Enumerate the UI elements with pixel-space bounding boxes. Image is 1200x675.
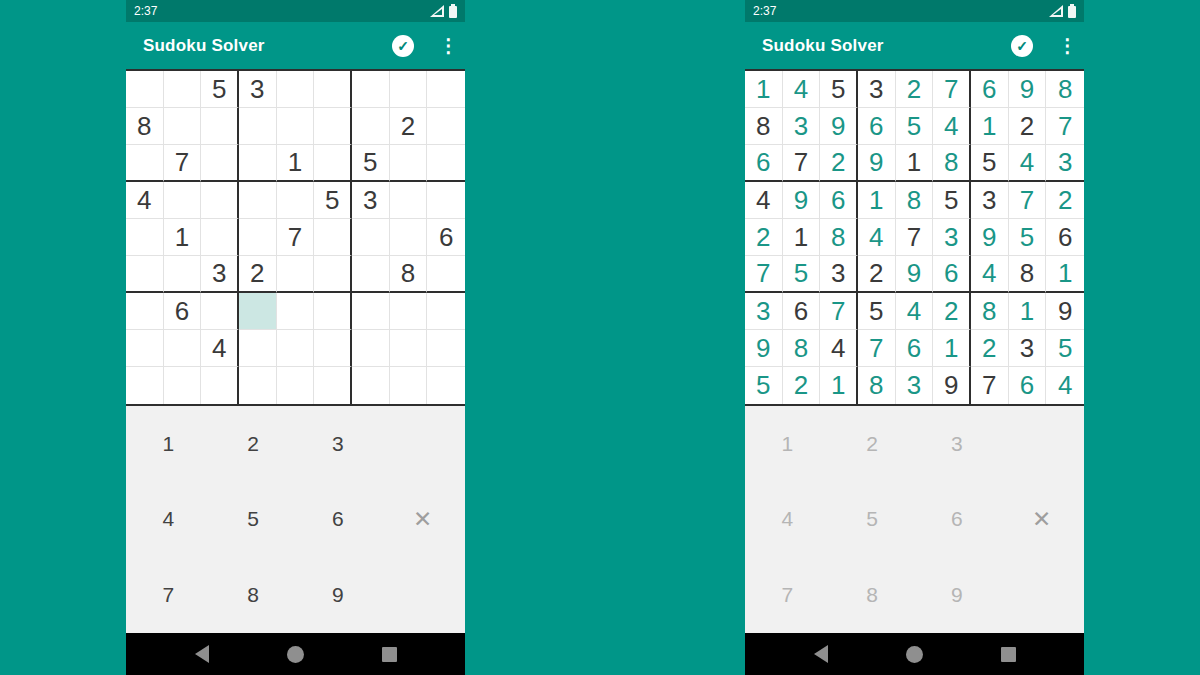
clear-key[interactable]: ✕: [380, 482, 465, 558]
cell-r9c4[interactable]: [239, 367, 277, 404]
cell-r9c2[interactable]: 2: [783, 367, 821, 404]
cell-r4c9[interactable]: 2: [1046, 182, 1084, 219]
cell-r2c4[interactable]: 6: [858, 108, 896, 145]
cell-r1c8[interactable]: 9: [1009, 71, 1047, 108]
cell-r8c1[interactable]: 9: [745, 330, 783, 367]
cell-r1c8[interactable]: [390, 71, 428, 108]
cell-r8c3[interactable]: 4: [820, 330, 858, 367]
cell-r2c1[interactable]: 8: [745, 108, 783, 145]
sudoku-board: 538271545317632864: [126, 69, 465, 406]
cell-r2c4[interactable]: [239, 108, 277, 145]
cell-r5c1[interactable]: [126, 219, 164, 256]
cell-r7c1[interactable]: [126, 293, 164, 330]
battery-icon: [449, 6, 457, 18]
cell-r9c4[interactable]: 8: [858, 367, 896, 404]
cell-r4c3[interactable]: 6: [820, 182, 858, 219]
cell-r6c4[interactable]: 2: [858, 256, 896, 293]
cell-r6c4[interactable]: 2: [239, 256, 277, 293]
cell-r7c2[interactable]: 6: [164, 293, 202, 330]
cell-r6c9[interactable]: 1: [1046, 256, 1084, 293]
cell-r9c9[interactable]: 4: [1046, 367, 1084, 404]
cell-r4c2[interactable]: [164, 182, 202, 219]
cell-r2c5[interactable]: 5: [896, 108, 934, 145]
cell-r8c9[interactable]: 5: [1046, 330, 1084, 367]
cell-r1c4[interactable]: 3: [239, 71, 277, 108]
cell-r1c5[interactable]: [277, 71, 315, 108]
cell-r2c6[interactable]: [314, 108, 352, 145]
cell-r5c7[interactable]: 9: [971, 219, 1009, 256]
signal-icon: [1049, 5, 1063, 17]
cell-r1c2[interactable]: 4: [783, 71, 821, 108]
cell-r2c7[interactable]: [352, 108, 390, 145]
cell-r4c5[interactable]: [277, 182, 315, 219]
cell-r1c5[interactable]: 2: [896, 71, 934, 108]
cell-r9c8[interactable]: 6: [1009, 367, 1047, 404]
cell-r5c9[interactable]: 6: [1046, 219, 1084, 256]
cell-r4c9[interactable]: [427, 182, 465, 219]
cell-r6c1[interactable]: [126, 256, 164, 293]
cell-r6c3[interactable]: 3: [820, 256, 858, 293]
cell-r3c4[interactable]: [239, 145, 277, 182]
cell-r5c2[interactable]: 1: [783, 219, 821, 256]
cell-r4c1[interactable]: 4: [745, 182, 783, 219]
key-4[interactable]: 4: [126, 482, 211, 558]
key-5: 5: [830, 482, 915, 558]
cell-r4c3[interactable]: [201, 182, 239, 219]
cell-r2c5[interactable]: [277, 108, 315, 145]
cell-r2c9[interactable]: 7: [1046, 108, 1084, 145]
home-icon[interactable]: [287, 646, 304, 663]
cell-r7c6[interactable]: 2: [933, 293, 971, 330]
cell-r7c5[interactable]: [277, 293, 315, 330]
app-title: Sudoku Solver: [762, 36, 884, 56]
cell-r1c7[interactable]: 6: [971, 71, 1009, 108]
cell-r3c6[interactable]: 8: [933, 145, 971, 182]
cell-r2c2[interactable]: 3: [783, 108, 821, 145]
cell-r3c4[interactable]: 9: [858, 145, 896, 182]
cell-r6c3[interactable]: 3: [201, 256, 239, 293]
cell-r3c2[interactable]: 7: [164, 145, 202, 182]
cell-r9c1[interactable]: 5: [745, 367, 783, 404]
cell-r4c6[interactable]: 5: [933, 182, 971, 219]
signal-icon: [430, 5, 444, 17]
cell-r1c3[interactable]: 5: [820, 71, 858, 108]
cell-r7c8[interactable]: [390, 293, 428, 330]
cell-r6c1[interactable]: 7: [745, 256, 783, 293]
cell-r4c2[interactable]: 9: [783, 182, 821, 219]
cell-r6c2[interactable]: 5: [783, 256, 821, 293]
cell-r2c7[interactable]: 1: [971, 108, 1009, 145]
cell-r5c5[interactable]: 7: [896, 219, 934, 256]
cell-r1c4[interactable]: 3: [858, 71, 896, 108]
cell-r3c2[interactable]: 7: [783, 145, 821, 182]
cell-r3c7[interactable]: 5: [971, 145, 1009, 182]
cell-r1c1[interactable]: 1: [745, 71, 783, 108]
cell-r3c6[interactable]: [314, 145, 352, 182]
cell-r9c6[interactable]: 9: [933, 367, 971, 404]
cell-r5c7[interactable]: [352, 219, 390, 256]
cell-r1c6[interactable]: 7: [933, 71, 971, 108]
cell-r2c8[interactable]: 2: [390, 108, 428, 145]
cell-r4c1[interactable]: 4: [126, 182, 164, 219]
cell-r8c8[interactable]: 3: [1009, 330, 1047, 367]
status-icons: [430, 5, 457, 18]
status-icons: [1049, 5, 1076, 18]
cell-r1c9[interactable]: 8: [1046, 71, 1084, 108]
cell-r7c8[interactable]: 1: [1009, 293, 1047, 330]
key-5[interactable]: 5: [211, 482, 296, 558]
cell-r5c3[interactable]: [201, 219, 239, 256]
cell-r3c9[interactable]: [427, 145, 465, 182]
cell-r9c3[interactable]: [201, 367, 239, 404]
cell-r5c2[interactable]: 1: [164, 219, 202, 256]
cell-r7c9[interactable]: 9: [1046, 293, 1084, 330]
overflow-menu-icon[interactable]: ⋮: [439, 36, 453, 55]
cell-r6c8[interactable]: 8: [390, 256, 428, 293]
cell-r4c5[interactable]: 8: [896, 182, 934, 219]
status-time: 2:37: [134, 4, 157, 18]
number-keypad: 123456✕789: [745, 406, 1084, 633]
key-4: 4: [745, 482, 830, 558]
key-9[interactable]: 9: [296, 557, 381, 633]
cell-r2c3[interactable]: [201, 108, 239, 145]
phone-right: 2:37 Sudoku Solver ✓ ⋮ 14532769883965412…: [745, 0, 1084, 675]
cell-r8c6[interactable]: [314, 330, 352, 367]
cell-r7c7[interactable]: [352, 293, 390, 330]
cell-r6c9[interactable]: [427, 256, 465, 293]
cell-r9c7[interactable]: [352, 367, 390, 404]
cell-r2c3[interactable]: 9: [820, 108, 858, 145]
cell-r4c7[interactable]: 3: [971, 182, 1009, 219]
app-bar: Sudoku Solver ✓ ⋮: [745, 22, 1084, 69]
cell-r5c8[interactable]: [390, 219, 428, 256]
number-keypad: 123456✕789: [126, 406, 465, 633]
cell-r5c6[interactable]: [314, 219, 352, 256]
status-bar: 2:37: [126, 0, 465, 22]
key-7[interactable]: 7: [126, 557, 211, 633]
key-6[interactable]: 6: [296, 482, 381, 558]
cell-r8c5[interactable]: 6: [896, 330, 934, 367]
cell-r6c7[interactable]: [352, 256, 390, 293]
cell-r4c8[interactable]: 7: [1009, 182, 1047, 219]
cell-r8c2[interactable]: [164, 330, 202, 367]
cell-r1c2[interactable]: [164, 71, 202, 108]
key-9: 9: [915, 557, 1000, 633]
key-6: 6: [915, 482, 1000, 558]
cell-r1c7[interactable]: [352, 71, 390, 108]
cell-r1c9[interactable]: [427, 71, 465, 108]
android-nav-bar: [745, 633, 1084, 675]
cell-r7c3[interactable]: 7: [820, 293, 858, 330]
cell-r3c5[interactable]: 1: [277, 145, 315, 182]
cell-r2c6[interactable]: 4: [933, 108, 971, 145]
cell-r1c6[interactable]: [314, 71, 352, 108]
key-8[interactable]: 8: [211, 557, 296, 633]
cell-r8c2[interactable]: 8: [783, 330, 821, 367]
back-icon[interactable]: [195, 645, 209, 663]
android-nav-bar: [126, 633, 465, 675]
status-time: 2:37: [753, 4, 776, 18]
cell-r4c6[interactable]: 5: [314, 182, 352, 219]
cell-r8c1[interactable]: [126, 330, 164, 367]
cell-r7c2[interactable]: 6: [783, 293, 821, 330]
cell-r2c8[interactable]: 2: [1009, 108, 1047, 145]
cell-r7c9[interactable]: [427, 293, 465, 330]
cell-r6c8[interactable]: 8: [1009, 256, 1047, 293]
cell-r8c7[interactable]: 2: [971, 330, 1009, 367]
cell-r4c4[interactable]: 1: [858, 182, 896, 219]
cell-r7c5[interactable]: 4: [896, 293, 934, 330]
cell-r8c8[interactable]: [390, 330, 428, 367]
status-bar: 2:37: [745, 0, 1084, 22]
cell-r7c1[interactable]: 3: [745, 293, 783, 330]
solve-check-icon[interactable]: ✓: [392, 35, 414, 57]
cell-r9c5[interactable]: [277, 367, 315, 404]
back-icon[interactable]: [814, 645, 828, 663]
keypad-spacer: [999, 406, 1084, 482]
cell-r1c3[interactable]: 5: [201, 71, 239, 108]
key-1: 1: [745, 406, 830, 482]
cell-r9c7[interactable]: 7: [971, 367, 1009, 404]
sudoku-board: 1453276988396541276729185434961853722184…: [745, 69, 1084, 406]
key-2: 2: [830, 406, 915, 482]
cell-r6c2[interactable]: [164, 256, 202, 293]
cell-r9c6[interactable]: [314, 367, 352, 404]
cell-r3c5[interactable]: 1: [896, 145, 934, 182]
cell-r9c8[interactable]: [390, 367, 428, 404]
cell-r6c5[interactable]: [277, 256, 315, 293]
cell-r8c7[interactable]: [352, 330, 390, 367]
cell-r5c3[interactable]: 8: [820, 219, 858, 256]
phone-left: 2:37 Sudoku Solver ✓ ⋮ 53827154531763286…: [126, 0, 465, 675]
cell-r7c4[interactable]: 5: [858, 293, 896, 330]
cell-r3c3[interactable]: 2: [820, 145, 858, 182]
cell-r9c1[interactable]: [126, 367, 164, 404]
cell-r3c1[interactable]: 6: [745, 145, 783, 182]
keypad-spacer: [380, 406, 465, 482]
key-3: 3: [915, 406, 1000, 482]
cell-r6c6[interactable]: 6: [933, 256, 971, 293]
app-title: Sudoku Solver: [143, 36, 265, 56]
keypad-spacer: [999, 557, 1084, 633]
cell-r6c5[interactable]: 9: [896, 256, 934, 293]
cell-r5c4[interactable]: 4: [858, 219, 896, 256]
cell-r9c5[interactable]: 3: [896, 367, 934, 404]
cell-r6c7[interactable]: 4: [971, 256, 1009, 293]
cell-r4c4[interactable]: [239, 182, 277, 219]
key-7: 7: [745, 557, 830, 633]
cell-r5c4[interactable]: [239, 219, 277, 256]
app-bar: Sudoku Solver ✓ ⋮: [126, 22, 465, 69]
cell-r7c6[interactable]: [314, 293, 352, 330]
key-3[interactable]: 3: [296, 406, 381, 482]
cell-r9c2[interactable]: [164, 367, 202, 404]
cell-r3c1[interactable]: [126, 145, 164, 182]
cell-r3c7[interactable]: 5: [352, 145, 390, 182]
cell-r7c3[interactable]: [201, 293, 239, 330]
clear-key[interactable]: ✕: [999, 482, 1084, 558]
cell-r6c6[interactable]: [314, 256, 352, 293]
cell-r3c8[interactable]: [390, 145, 428, 182]
cell-r2c2[interactable]: [164, 108, 202, 145]
cell-r3c3[interactable]: [201, 145, 239, 182]
cell-r4c8[interactable]: [390, 182, 428, 219]
recents-icon[interactable]: [382, 647, 397, 662]
cell-r5c6[interactable]: 3: [933, 219, 971, 256]
recents-icon[interactable]: [1001, 647, 1016, 662]
cell-r2c1[interactable]: 8: [126, 108, 164, 145]
cell-r9c9[interactable]: [427, 367, 465, 404]
cell-r5c1[interactable]: 2: [745, 219, 783, 256]
cell-r8c6[interactable]: 1: [933, 330, 971, 367]
cell-r4c7[interactable]: 3: [352, 182, 390, 219]
cell-r7c4[interactable]: [239, 293, 277, 330]
key-1[interactable]: 1: [126, 406, 211, 482]
home-icon[interactable]: [906, 646, 923, 663]
cell-r7c7[interactable]: 8: [971, 293, 1009, 330]
overflow-menu-icon[interactable]: ⋮: [1058, 36, 1072, 55]
key-2[interactable]: 2: [211, 406, 296, 482]
cell-r8c9[interactable]: [427, 330, 465, 367]
key-8: 8: [830, 557, 915, 633]
cell-r9c3[interactable]: 1: [820, 367, 858, 404]
keypad-spacer: [380, 557, 465, 633]
cell-r5c5[interactable]: 7: [277, 219, 315, 256]
cell-r1c1[interactable]: [126, 71, 164, 108]
battery-icon: [1068, 6, 1076, 18]
cell-r3c8[interactable]: 4: [1009, 145, 1047, 182]
cell-r5c9[interactable]: 6: [427, 219, 465, 256]
cell-r8c3[interactable]: 4: [201, 330, 239, 367]
cell-r3c9[interactable]: 3: [1046, 145, 1084, 182]
solve-check-icon[interactable]: ✓: [1011, 35, 1033, 57]
cell-r8c4[interactable]: [239, 330, 277, 367]
cell-r8c4[interactable]: 7: [858, 330, 896, 367]
cell-r8c5[interactable]: [277, 330, 315, 367]
cell-r2c9[interactable]: [427, 108, 465, 145]
cell-r5c8[interactable]: 5: [1009, 219, 1047, 256]
